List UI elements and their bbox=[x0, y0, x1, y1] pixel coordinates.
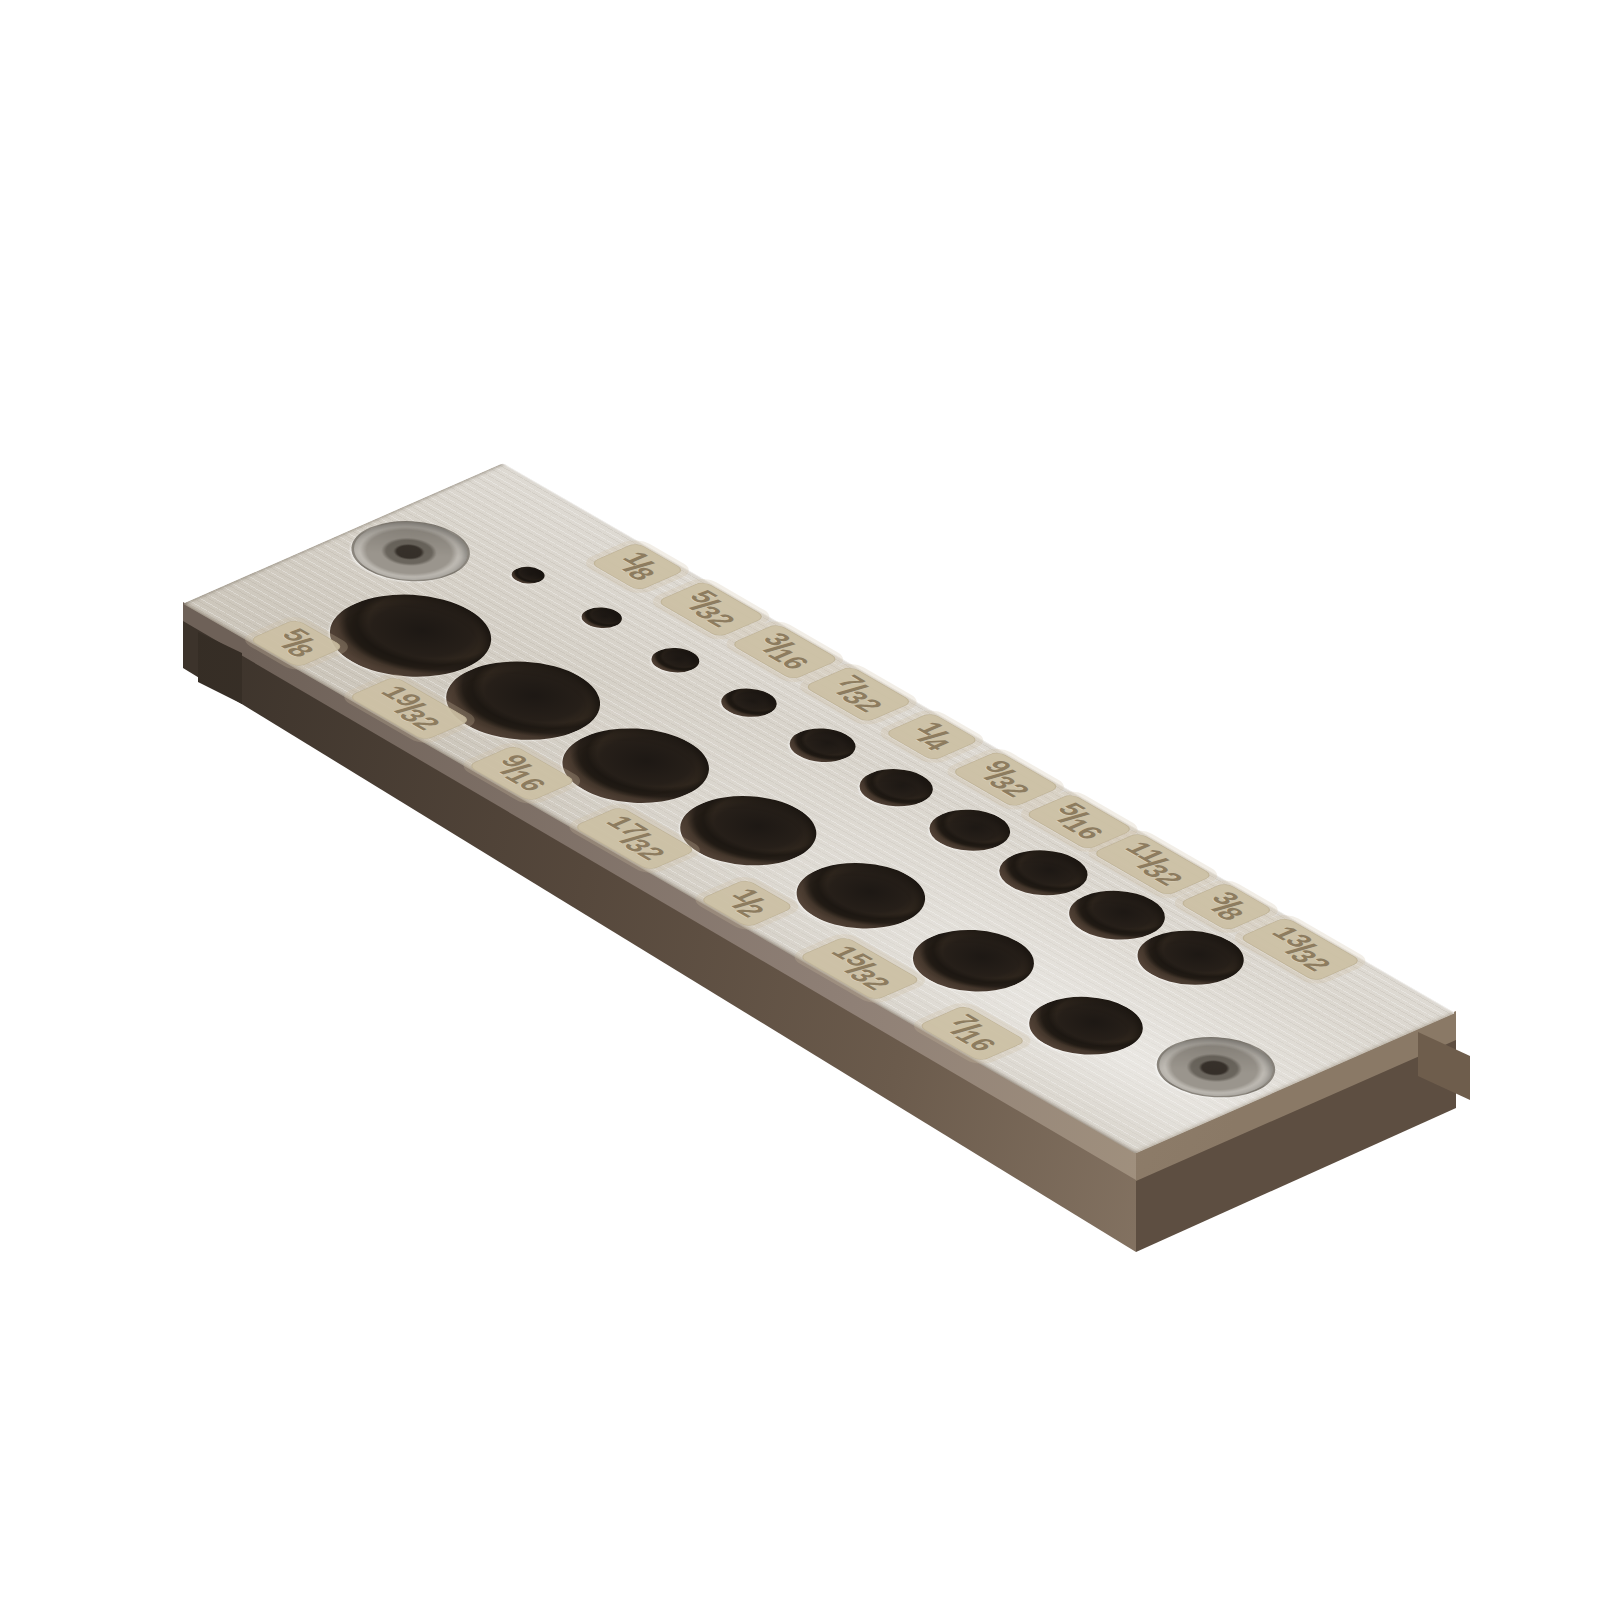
size-label-1-4: 1/4 bbox=[883, 712, 980, 762]
gauge-hole-7-32 bbox=[709, 682, 789, 722]
gauge-hole-5-16 bbox=[913, 801, 1027, 859]
size-label-5-32: 5/32 bbox=[656, 581, 767, 638]
size-label-9-32: 9/32 bbox=[950, 751, 1061, 808]
gauge-hole-1-8 bbox=[505, 564, 551, 587]
size-label-3-8: 3/8 bbox=[1178, 882, 1275, 932]
countersunk-mounting-hole-left bbox=[327, 509, 494, 594]
size-label-11-32: 11/32 bbox=[1091, 832, 1214, 897]
gauge-hole-5-32 bbox=[573, 603, 630, 632]
gauge-hole-7-16 bbox=[1006, 985, 1166, 1066]
size-label-7-32: 7/32 bbox=[803, 666, 914, 723]
gauge-hole-15-32 bbox=[888, 917, 1059, 1004]
size-label-3-16: 3/16 bbox=[729, 623, 840, 680]
gauge-hole-1-2 bbox=[770, 849, 953, 941]
photo-canvas: 1/85/323/167/321/49/325/1611/323/813/325… bbox=[0, 0, 1600, 1600]
gauge-hole-9-32 bbox=[845, 762, 948, 814]
gauge-hole-1-4 bbox=[777, 722, 868, 768]
size-label-1-8: 1/8 bbox=[589, 542, 686, 592]
size-label-13-32: 13/32 bbox=[1238, 917, 1362, 982]
gauge-hole-3-16 bbox=[641, 643, 709, 678]
